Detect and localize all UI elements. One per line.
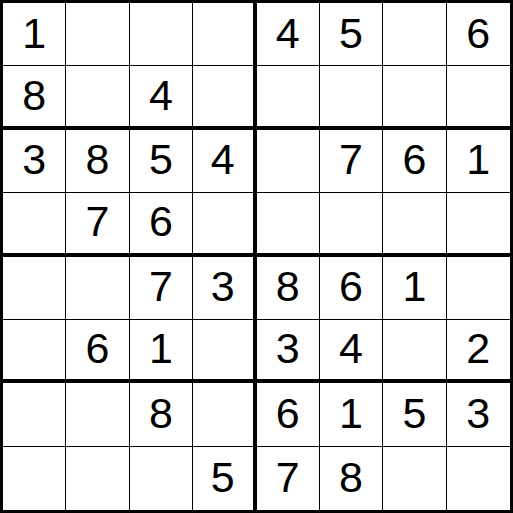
cell-r4c2[interactable]: 7 — [66, 193, 129, 256]
given-digit: 7 — [86, 200, 110, 243]
given-digit: 8 — [22, 74, 46, 117]
given-digit: 6 — [466, 12, 490, 55]
cell-r1c1[interactable]: 1 — [3, 3, 66, 66]
cell-r4c3[interactable]: 6 — [130, 193, 193, 256]
cell-r3c7[interactable]: 6 — [383, 130, 446, 193]
cell-r2c1[interactable]: 8 — [3, 66, 66, 129]
cell-r3c2[interactable]: 8 — [66, 130, 129, 193]
given-digit: 8 — [276, 265, 300, 308]
cell-r8c5[interactable]: 7 — [257, 447, 320, 510]
cell-r6c6[interactable]: 4 — [320, 320, 383, 383]
cell-r2c6[interactable] — [320, 66, 383, 129]
cell-r6c4[interactable] — [193, 320, 256, 383]
cell-r3c6[interactable]: 7 — [320, 130, 383, 193]
cell-r3c8[interactable]: 1 — [447, 130, 510, 193]
given-digit: 5 — [211, 456, 235, 499]
cell-r1c3[interactable] — [130, 3, 193, 66]
given-digit: 7 — [149, 265, 173, 308]
cell-r3c5[interactable] — [257, 130, 320, 193]
cell-r7c4[interactable] — [193, 383, 256, 446]
cell-r1c6[interactable]: 5 — [320, 3, 383, 66]
cell-r4c6[interactable] — [320, 193, 383, 256]
cell-r5c8[interactable] — [447, 257, 510, 320]
given-digit: 5 — [149, 138, 173, 181]
given-digit: 6 — [402, 138, 426, 181]
given-digit: 4 — [276, 12, 300, 55]
cell-r3c1[interactable]: 3 — [3, 130, 66, 193]
cell-r4c8[interactable] — [447, 193, 510, 256]
cell-r2c4[interactable] — [193, 66, 256, 129]
cell-r4c4[interactable] — [193, 193, 256, 256]
cell-r5c7[interactable]: 1 — [383, 257, 446, 320]
given-digit: 1 — [402, 265, 426, 308]
given-digit: 4 — [149, 74, 173, 117]
cell-r3c4[interactable]: 4 — [193, 130, 256, 193]
cell-r4c7[interactable] — [383, 193, 446, 256]
cell-r7c3[interactable]: 8 — [130, 383, 193, 446]
cell-r6c7[interactable] — [383, 320, 446, 383]
given-digit: 8 — [149, 392, 173, 435]
cell-r3c3[interactable]: 5 — [130, 130, 193, 193]
given-digit: 3 — [276, 327, 300, 370]
given-digit: 6 — [86, 327, 110, 370]
given-digit: 6 — [276, 392, 300, 435]
cell-r5c5[interactable]: 8 — [257, 257, 320, 320]
given-digit: 5 — [339, 12, 363, 55]
cell-r5c1[interactable] — [3, 257, 66, 320]
cell-r4c5[interactable] — [257, 193, 320, 256]
cell-r1c4[interactable] — [193, 3, 256, 66]
cell-r7c7[interactable]: 5 — [383, 383, 446, 446]
given-digit: 1 — [149, 327, 173, 370]
cell-r6c2[interactable]: 6 — [66, 320, 129, 383]
given-digit: 7 — [339, 138, 363, 181]
cell-r6c1[interactable] — [3, 320, 66, 383]
cell-r1c7[interactable] — [383, 3, 446, 66]
cell-r1c2[interactable] — [66, 3, 129, 66]
cell-r5c2[interactable] — [66, 257, 129, 320]
cell-r8c3[interactable] — [130, 447, 193, 510]
cell-r8c6[interactable]: 8 — [320, 447, 383, 510]
cell-r7c1[interactable] — [3, 383, 66, 446]
given-digit: 3 — [22, 138, 46, 181]
cell-r7c6[interactable]: 1 — [320, 383, 383, 446]
given-digit: 4 — [339, 327, 363, 370]
given-digit: 4 — [211, 138, 235, 181]
given-digit: 6 — [339, 265, 363, 308]
cell-r7c8[interactable]: 3 — [447, 383, 510, 446]
given-digit: 5 — [402, 392, 426, 435]
cell-r1c5[interactable]: 4 — [257, 3, 320, 66]
cell-r6c8[interactable]: 2 — [447, 320, 510, 383]
given-digit: 2 — [466, 327, 490, 370]
cell-r7c2[interactable] — [66, 383, 129, 446]
cell-r2c8[interactable] — [447, 66, 510, 129]
given-digit: 3 — [466, 392, 490, 435]
sudoku-board: 145684385476176738616134286153578 — [0, 0, 513, 513]
cell-r5c6[interactable]: 6 — [320, 257, 383, 320]
cell-r8c7[interactable] — [383, 447, 446, 510]
cell-r7c5[interactable]: 6 — [257, 383, 320, 446]
cell-r8c8[interactable] — [447, 447, 510, 510]
cell-r5c4[interactable]: 3 — [193, 257, 256, 320]
cell-r8c2[interactable] — [66, 447, 129, 510]
given-digit: 1 — [339, 392, 363, 435]
given-digit: 8 — [339, 456, 363, 499]
given-digit: 7 — [276, 456, 300, 499]
cell-r2c7[interactable] — [383, 66, 446, 129]
cell-r2c5[interactable] — [257, 66, 320, 129]
given-digit: 8 — [86, 138, 110, 181]
cell-r4c1[interactable] — [3, 193, 66, 256]
given-digit: 6 — [149, 200, 173, 243]
given-digit: 3 — [211, 265, 235, 308]
cell-r8c4[interactable]: 5 — [193, 447, 256, 510]
cell-r2c2[interactable] — [66, 66, 129, 129]
cell-r2c3[interactable]: 4 — [130, 66, 193, 129]
cell-r8c1[interactable] — [3, 447, 66, 510]
cell-r1c8[interactable]: 6 — [447, 3, 510, 66]
cell-r6c3[interactable]: 1 — [130, 320, 193, 383]
cell-r5c3[interactable]: 7 — [130, 257, 193, 320]
cell-r6c5[interactable]: 3 — [257, 320, 320, 383]
given-digit: 1 — [466, 138, 490, 181]
given-digit: 1 — [22, 12, 46, 55]
